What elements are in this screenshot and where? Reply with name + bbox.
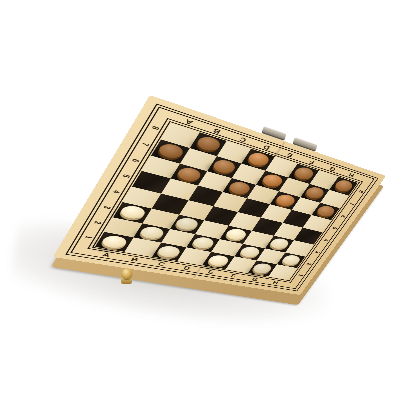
- coordinate-label-5: 5: [323, 223, 345, 233]
- coordinate-label-b: B: [119, 254, 150, 264]
- checker-light-c1[interactable]: [156, 244, 183, 258]
- coordinate-label-4: 4: [98, 185, 133, 199]
- coordinate-label-2: 2: [79, 216, 114, 228]
- coordinate-label-5: 5: [108, 169, 143, 183]
- coordinate-label-3: 3: [306, 247, 328, 256]
- checker-light-b2[interactable]: [137, 225, 165, 240]
- coordinate-label-c: C: [146, 259, 176, 269]
- coordinate-label-h: H: [264, 278, 288, 286]
- board-photo: ABCDEFGH ABCDEFGH 87654321 87654321: [0, 0, 416, 416]
- coordinate-label-6: 6: [331, 211, 353, 221]
- coordinate-label-a: A: [90, 249, 123, 260]
- coordinate-label-7: 7: [127, 136, 161, 152]
- coordinate-label-3: 3: [89, 200, 124, 213]
- coordinate-label-4: 4: [314, 235, 336, 244]
- coordinate-label-8: 8: [349, 186, 371, 197]
- coordinate-label-1: 1: [289, 271, 312, 279]
- coordinate-label-8: 8: [137, 119, 171, 135]
- coordinate-label-1: 1: [70, 231, 105, 243]
- coordinate-label-7: 7: [340, 198, 362, 209]
- coordinate-label-6: 6: [117, 152, 151, 167]
- brass-clasp: [119, 268, 134, 285]
- checker-light-c3[interactable]: [174, 216, 201, 231]
- coordinate-label-2: 2: [297, 259, 320, 268]
